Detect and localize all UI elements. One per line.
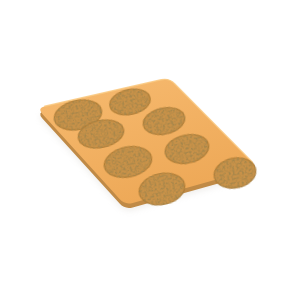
product-photo bbox=[0, 0, 300, 300]
baking-mold-illustration bbox=[0, 0, 300, 300]
